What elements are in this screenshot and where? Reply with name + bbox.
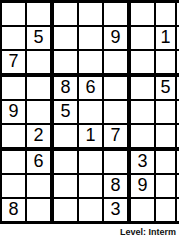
cell-r2c3: 5 xyxy=(27,27,54,51)
given-digit: 3 xyxy=(110,200,120,218)
cell-r9c7[interactable] xyxy=(131,199,156,221)
cell-r9c3[interactable] xyxy=(27,199,54,221)
cell-r3c8[interactable] xyxy=(156,51,177,77)
cell-r1c5[interactable] xyxy=(79,3,104,27)
cell-r5c5[interactable] xyxy=(79,101,104,125)
given-digit: 5 xyxy=(33,28,43,46)
cell-r4c8: 5 xyxy=(156,77,177,101)
cell-r7c5[interactable] xyxy=(79,151,104,175)
cell-r7c7: 3 xyxy=(131,151,156,175)
cell-r5c3[interactable] xyxy=(27,101,54,125)
cell-r8c7: 9 xyxy=(131,175,156,199)
cell-r2c8: 1 xyxy=(156,27,177,51)
cell-r1c2[interactable] xyxy=(2,3,27,27)
cell-r1c3[interactable] xyxy=(27,3,54,27)
given-digit: 5 xyxy=(160,78,170,96)
cell-r6c4[interactable] xyxy=(54,125,79,151)
cell-r4c2[interactable] xyxy=(2,77,27,101)
cell-r6c5: 1 xyxy=(79,125,104,151)
cell-r8c3[interactable] xyxy=(27,175,54,199)
cell-r4c9[interactable] xyxy=(177,77,179,101)
cell-r3c7[interactable] xyxy=(131,51,156,77)
cell-r6c9[interactable] xyxy=(177,125,179,151)
cell-r8c4[interactable] xyxy=(54,175,79,199)
cell-r9c5[interactable] xyxy=(79,199,104,221)
cell-r5c7[interactable] xyxy=(131,101,156,125)
level-label: Level: Interm xyxy=(120,227,176,237)
given-digit: 2 xyxy=(33,126,43,144)
cell-r6c6: 7 xyxy=(104,125,131,151)
given-digit: 9 xyxy=(8,102,18,120)
cell-r1c9[interactable] xyxy=(177,3,179,27)
given-digit: 6 xyxy=(33,152,43,170)
cell-r6c2[interactable] xyxy=(2,125,27,151)
cell-r1c6[interactable] xyxy=(104,3,131,27)
cell-r1c7[interactable] xyxy=(131,3,156,27)
cell-r8c8[interactable] xyxy=(156,175,177,199)
cell-r3c6[interactable] xyxy=(104,51,131,77)
cell-r7c9[interactable] xyxy=(177,151,179,175)
cell-r7c2[interactable] xyxy=(2,151,27,175)
given-digit: 9 xyxy=(110,28,120,46)
cell-r3c2: 7 xyxy=(2,51,27,77)
given-digit: 6 xyxy=(85,78,95,96)
cell-r1c8[interactable] xyxy=(156,3,177,27)
cell-r2c7[interactable] xyxy=(131,27,156,51)
cell-r2c4[interactable] xyxy=(54,27,79,51)
cell-r4c7[interactable] xyxy=(131,77,156,101)
cell-r7c8[interactable] xyxy=(156,151,177,175)
cell-r3c4[interactable] xyxy=(54,51,79,77)
cell-r4c4: 8 xyxy=(54,77,79,101)
cell-r2c5[interactable] xyxy=(79,27,104,51)
given-digit: 3 xyxy=(137,152,147,170)
given-digit: 1 xyxy=(85,126,95,144)
given-digit: 1 xyxy=(160,28,170,46)
cell-r3c3[interactable] xyxy=(27,51,54,77)
given-digit: 7 xyxy=(8,52,18,70)
cell-r6c8[interactable] xyxy=(156,125,177,151)
given-digit: 5 xyxy=(60,102,70,120)
given-digit: 7 xyxy=(110,126,120,144)
cell-r3c9[interactable] xyxy=(177,51,179,77)
given-digit: 8 xyxy=(8,200,18,218)
cell-r2c2[interactable] xyxy=(2,27,27,51)
cell-r4c3[interactable] xyxy=(27,77,54,101)
cell-r5c8[interactable] xyxy=(156,101,177,125)
cell-r7c3: 6 xyxy=(27,151,54,175)
cell-r5c6[interactable] xyxy=(104,101,131,125)
cell-r3c5[interactable] xyxy=(79,51,104,77)
cell-r7c6[interactable] xyxy=(104,151,131,175)
cell-r9c8[interactable] xyxy=(156,199,177,221)
sudoku-screenshot: 591786595217638983 Level: Interm xyxy=(0,0,179,239)
given-digit: 8 xyxy=(110,176,120,194)
given-digit: 8 xyxy=(60,78,70,96)
cell-r7c4[interactable] xyxy=(54,151,79,175)
cell-r2c9[interactable] xyxy=(177,27,179,51)
cell-r9c6: 3 xyxy=(104,199,131,221)
cell-r6c7[interactable] xyxy=(131,125,156,151)
cell-r5c2: 9 xyxy=(2,101,27,125)
cell-r9c9[interactable] xyxy=(177,199,179,221)
cell-r8c9[interactable] xyxy=(177,175,179,199)
cell-r4c6[interactable] xyxy=(104,77,131,101)
cell-r5c9[interactable] xyxy=(177,101,179,125)
cell-r6c3: 2 xyxy=(27,125,54,151)
cell-r8c5[interactable] xyxy=(79,175,104,199)
cell-r1c4[interactable] xyxy=(54,3,79,27)
cell-r8c2[interactable] xyxy=(2,175,27,199)
cell-r8c6: 8 xyxy=(104,175,131,199)
cell-r9c2: 8 xyxy=(2,199,27,221)
given-digit: 9 xyxy=(137,176,147,194)
cell-r9c4[interactable] xyxy=(54,199,79,221)
cell-r5c4: 5 xyxy=(54,101,79,125)
cell-r4c5: 6 xyxy=(79,77,104,101)
sudoku-board: 591786595217638983 xyxy=(0,0,179,224)
cell-r2c6: 9 xyxy=(104,27,131,51)
